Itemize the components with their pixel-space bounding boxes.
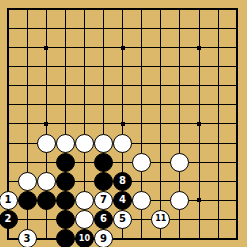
white-stone[interactable] xyxy=(37,172,56,191)
move-stone-8[interactable]: 8 xyxy=(113,172,132,191)
black-stone[interactable] xyxy=(56,191,75,210)
star-point xyxy=(197,46,201,50)
white-stone[interactable] xyxy=(170,191,189,210)
black-stone[interactable] xyxy=(56,210,75,229)
star-point xyxy=(121,122,125,126)
move-number: 7 xyxy=(100,195,107,205)
grid-line-horizontal xyxy=(7,238,238,240)
star-point xyxy=(44,122,48,126)
black-stone[interactable] xyxy=(56,153,75,172)
white-stone[interactable] xyxy=(170,153,189,172)
move-number: 11 xyxy=(155,215,166,223)
move-number: 10 xyxy=(79,235,90,243)
move-number: 8 xyxy=(119,176,126,186)
grid-line-vertical xyxy=(160,8,161,239)
black-stone[interactable] xyxy=(56,229,75,247)
grid-line-horizontal xyxy=(7,162,238,163)
star-point xyxy=(197,198,201,202)
move-number: 5 xyxy=(119,214,126,224)
black-stone[interactable] xyxy=(18,191,37,210)
move-stone-9[interactable]: 9 xyxy=(94,229,113,247)
move-stone-1[interactable]: 1 xyxy=(0,191,18,210)
move-number: 4 xyxy=(119,195,126,205)
move-number: 3 xyxy=(24,234,31,244)
star-point xyxy=(197,122,201,126)
move-stone-10[interactable]: 10 xyxy=(75,229,94,247)
white-stone[interactable] xyxy=(75,134,94,153)
move-number: 2 xyxy=(5,214,12,224)
move-number: 6 xyxy=(100,214,107,224)
move-stone-2[interactable]: 2 xyxy=(0,210,18,229)
move-stone-5[interactable]: 5 xyxy=(113,210,132,229)
white-stone[interactable] xyxy=(94,134,113,153)
grid-line-vertical xyxy=(218,8,219,239)
grid-line-vertical xyxy=(236,8,238,239)
white-stone[interactable] xyxy=(37,134,56,153)
move-number: 9 xyxy=(100,234,107,244)
move-stone-6[interactable]: 6 xyxy=(94,210,113,229)
move-number: 1 xyxy=(5,195,12,205)
white-stone[interactable] xyxy=(18,172,37,191)
move-stone-7[interactable]: 7 xyxy=(94,191,113,210)
white-stone[interactable] xyxy=(75,191,94,210)
move-stone-3[interactable]: 3 xyxy=(18,229,37,247)
black-stone[interactable] xyxy=(94,153,113,172)
move-stone-11[interactable]: 11 xyxy=(151,210,170,229)
white-stone[interactable] xyxy=(113,134,132,153)
move-stone-4[interactable]: 4 xyxy=(113,191,132,210)
white-stone[interactable] xyxy=(75,210,94,229)
black-stone[interactable] xyxy=(94,172,113,191)
star-point xyxy=(121,46,125,50)
star-point xyxy=(44,46,48,50)
black-stone[interactable] xyxy=(37,191,56,210)
go-board[interactable]: 8174265113109 xyxy=(0,0,247,247)
white-stone[interactable] xyxy=(132,191,151,210)
white-stone[interactable] xyxy=(132,153,151,172)
white-stone[interactable] xyxy=(56,134,75,153)
black-stone[interactable] xyxy=(56,172,75,191)
